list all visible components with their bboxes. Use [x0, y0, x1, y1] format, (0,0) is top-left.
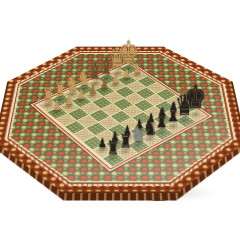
- chess-board: ♚♛♝♝♞♞♜♜♟♟♟♟♟♟♟♟♟♟♟♟♟♟♟♟♚♛♝♝♞♞♜♜: [0, 47, 240, 193]
- photo-canvas: ♚♛♝♝♞♞♜♜♟♟♟♟♟♟♟♟♟♟♟♟♟♟♟♟♚♛♝♝♞♞♜♜: [0, 0, 240, 240]
- black-rook[interactable]: ♜: [93, 138, 132, 159]
- white-pawn[interactable]: ♟: [38, 98, 74, 112]
- scene: ♚♛♝♝♞♞♜♜♟♟♟♟♟♟♟♟♟♟♟♟♟♟♟♟♚♛♝♝♞♞♜♜: [0, 0, 240, 240]
